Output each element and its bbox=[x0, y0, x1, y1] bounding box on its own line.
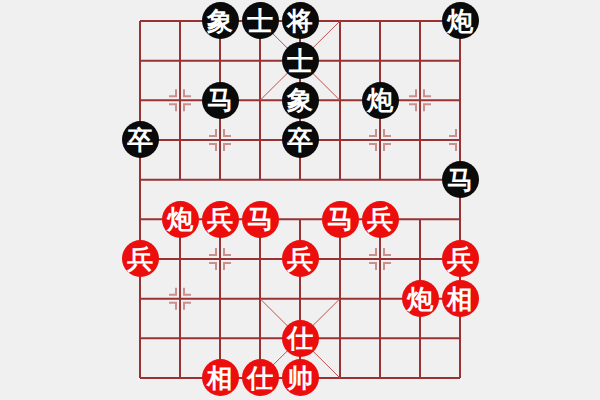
black-soldier[interactable]: 卒 bbox=[122, 121, 159, 158]
black-soldier[interactable]: 卒 bbox=[282, 121, 319, 158]
intersection-f8-r2[interactable] bbox=[440, 80, 480, 120]
intersection-f7-r0[interactable] bbox=[400, 1, 440, 41]
intersection-f3-r5[interactable]: 马 bbox=[240, 199, 280, 239]
piece-glyph: 兵 bbox=[127, 246, 153, 272]
piece-glyph: 士 bbox=[287, 48, 313, 74]
intersection-f1-r3[interactable] bbox=[160, 120, 200, 160]
intersection-f4-r6[interactable]: 兵 bbox=[280, 239, 320, 279]
piece-glyph: 马 bbox=[447, 167, 473, 193]
intersection-f0-r8[interactable] bbox=[120, 318, 160, 358]
intersection-f4-r5[interactable] bbox=[280, 199, 320, 239]
piece-glyph: 炮 bbox=[167, 206, 193, 232]
piece-glyph: 马 bbox=[207, 87, 233, 113]
intersection-f5-r8[interactable] bbox=[320, 318, 360, 358]
intersection-f1-r6[interactable] bbox=[160, 239, 200, 279]
intersection-f5-r4[interactable] bbox=[320, 160, 360, 200]
intersection-f8-r1[interactable] bbox=[440, 41, 480, 81]
black-cannon[interactable]: 炮 bbox=[442, 2, 479, 39]
intersection-f5-r0[interactable] bbox=[320, 1, 360, 41]
intersection-f4-r8[interactable]: 仕 bbox=[280, 318, 320, 358]
intersection-f2-r4[interactable] bbox=[200, 160, 240, 200]
red-horse[interactable]: 马 bbox=[242, 201, 279, 238]
intersection-f7-r2[interactable] bbox=[400, 80, 440, 120]
intersection-f1-r9[interactable] bbox=[160, 358, 200, 398]
intersection-f3-r0[interactable]: 士 bbox=[240, 1, 280, 41]
intersection-f1-r7[interactable] bbox=[160, 279, 200, 319]
intersection-f8-r6[interactable]: 兵 bbox=[440, 239, 480, 279]
black-elephant[interactable]: 象 bbox=[282, 82, 319, 119]
intersection-f6-r1[interactable] bbox=[360, 41, 400, 81]
intersection-f0-r1[interactable] bbox=[120, 41, 160, 81]
black-cannon[interactable]: 炮 bbox=[362, 82, 399, 119]
intersection-f2-r8[interactable] bbox=[200, 318, 240, 358]
intersection-f4-r1[interactable]: 士 bbox=[280, 41, 320, 81]
xiangqi-screen: 象士将炮士马象炮卒卒马炮兵马马兵兵兵兵炮相仕相仕帅 bbox=[0, 0, 600, 400]
intersection-f0-r5[interactable] bbox=[120, 199, 160, 239]
piece-glyph: 将 bbox=[287, 8, 313, 34]
red-general[interactable]: 帅 bbox=[282, 359, 319, 396]
piece-glyph: 士 bbox=[247, 8, 273, 34]
intersection-f3-r2[interactable] bbox=[240, 80, 280, 120]
intersection-f0-r7[interactable] bbox=[120, 279, 160, 319]
red-soldier[interactable]: 兵 bbox=[202, 201, 239, 238]
intersection-f0-r4[interactable] bbox=[120, 160, 160, 200]
intersection-f6-r3[interactable] bbox=[360, 120, 400, 160]
piece-glyph: 相 bbox=[447, 286, 473, 312]
intersection-f6-r0[interactable] bbox=[360, 1, 400, 41]
intersection-f1-r0[interactable] bbox=[160, 1, 200, 41]
intersection-f4-r0[interactable]: 将 bbox=[280, 1, 320, 41]
red-soldier[interactable]: 兵 bbox=[122, 240, 159, 277]
intersection-f2-r3[interactable] bbox=[200, 120, 240, 160]
black-horse[interactable]: 马 bbox=[442, 161, 479, 198]
intersection-f7-r5[interactable] bbox=[400, 199, 440, 239]
black-general[interactable]: 将 bbox=[282, 2, 319, 39]
black-elephant[interactable]: 象 bbox=[202, 2, 239, 39]
piece-glyph: 相 bbox=[207, 365, 233, 391]
intersection-f7-r6[interactable] bbox=[400, 239, 440, 279]
intersection-f1-r8[interactable] bbox=[160, 318, 200, 358]
red-advisor[interactable]: 仕 bbox=[282, 320, 319, 357]
piece-glyph: 卒 bbox=[287, 127, 313, 153]
intersection-f6-r6[interactable] bbox=[360, 239, 400, 279]
intersection-f0-r0[interactable] bbox=[120, 1, 160, 41]
intersection-f4-r7[interactable] bbox=[280, 279, 320, 319]
piece-glyph: 马 bbox=[247, 206, 273, 232]
red-elephant[interactable]: 相 bbox=[202, 359, 239, 396]
piece-glyph: 仕 bbox=[247, 365, 273, 391]
intersection-f0-r2[interactable] bbox=[120, 80, 160, 120]
red-advisor[interactable]: 仕 bbox=[242, 359, 279, 396]
intersection-f0-r6[interactable]: 兵 bbox=[120, 239, 160, 279]
intersection-f3-r4[interactable] bbox=[240, 160, 280, 200]
piece-glyph: 仕 bbox=[287, 325, 313, 351]
piece-glyph: 炮 bbox=[447, 8, 473, 34]
intersection-f2-r9[interactable]: 相 bbox=[200, 358, 240, 398]
piece-glyph: 炮 bbox=[407, 286, 433, 312]
intersection-f7-r1[interactable] bbox=[400, 41, 440, 81]
intersection-f4-r4[interactable] bbox=[280, 160, 320, 200]
red-cannon[interactable]: 炮 bbox=[402, 280, 439, 317]
intersection-f8-r4[interactable]: 马 bbox=[440, 160, 480, 200]
intersection-f2-r7[interactable] bbox=[200, 279, 240, 319]
intersection-f4-r9[interactable]: 帅 bbox=[280, 358, 320, 398]
red-horse[interactable]: 马 bbox=[322, 201, 359, 238]
red-soldier[interactable]: 兵 bbox=[362, 201, 399, 238]
intersection-f0-r9[interactable] bbox=[120, 358, 160, 398]
intersection-f3-r8[interactable] bbox=[240, 318, 280, 358]
piece-glyph: 兵 bbox=[287, 246, 313, 272]
intersection-f5-r1[interactable] bbox=[320, 41, 360, 81]
intersection-f2-r0[interactable]: 象 bbox=[200, 1, 240, 41]
intersection-f5-r3[interactable] bbox=[320, 120, 360, 160]
piece-glyph: 炮 bbox=[367, 87, 393, 113]
intersection-f1-r2[interactable] bbox=[160, 80, 200, 120]
intersection-f6-r4[interactable] bbox=[360, 160, 400, 200]
piece-glyph: 帅 bbox=[287, 365, 313, 391]
piece-glyph: 象 bbox=[287, 87, 313, 113]
intersection-f7-r9[interactable] bbox=[400, 358, 440, 398]
intersection-f2-r6[interactable] bbox=[200, 239, 240, 279]
intersection-f8-r7[interactable]: 相 bbox=[440, 279, 480, 319]
intersection-f8-r3[interactable] bbox=[440, 120, 480, 160]
intersection-f3-r7[interactable] bbox=[240, 279, 280, 319]
intersection-f5-r6[interactable] bbox=[320, 239, 360, 279]
intersection-f6-r8[interactable] bbox=[360, 318, 400, 358]
piece-glyph: 兵 bbox=[207, 206, 233, 232]
piece-glyph: 象 bbox=[207, 8, 233, 34]
black-advisor[interactable]: 士 bbox=[282, 42, 319, 79]
intersection-f5-r9[interactable] bbox=[320, 358, 360, 398]
intersection-f7-r8[interactable] bbox=[400, 318, 440, 358]
piece-glyph: 兵 bbox=[367, 206, 393, 232]
intersection-f7-r3[interactable] bbox=[400, 120, 440, 160]
intersection-f1-r5[interactable]: 炮 bbox=[160, 199, 200, 239]
intersection-f1-r1[interactable] bbox=[160, 41, 200, 81]
intersection-f1-r4[interactable] bbox=[160, 160, 200, 200]
intersection-f5-r5[interactable]: 马 bbox=[320, 199, 360, 239]
intersection-f3-r6[interactable] bbox=[240, 239, 280, 279]
intersection-f6-r5[interactable]: 兵 bbox=[360, 199, 400, 239]
intersection-f8-r0[interactable]: 炮 bbox=[440, 1, 480, 41]
intersection-f0-r3[interactable]: 卒 bbox=[120, 120, 160, 160]
piece-glyph: 兵 bbox=[447, 246, 473, 272]
intersection-f3-r3[interactable] bbox=[240, 120, 280, 160]
intersection-f8-r5[interactable] bbox=[440, 199, 480, 239]
xiangqi-board[interactable]: 象士将炮士马象炮卒卒马炮兵马马兵兵兵兵炮相仕相仕帅 bbox=[120, 1, 480, 398]
intersection-f7-r4[interactable] bbox=[400, 160, 440, 200]
intersection-f8-r9[interactable] bbox=[440, 358, 480, 398]
intersection-f4-r2[interactable]: 象 bbox=[280, 80, 320, 120]
intersection-f2-r1[interactable] bbox=[200, 41, 240, 81]
red-elephant[interactable]: 相 bbox=[442, 280, 479, 317]
black-horse[interactable]: 马 bbox=[202, 82, 239, 119]
red-soldier[interactable]: 兵 bbox=[282, 240, 319, 277]
intersection-f2-r5[interactable]: 兵 bbox=[200, 199, 240, 239]
black-advisor[interactable]: 士 bbox=[242, 2, 279, 39]
intersection-f6-r9[interactable] bbox=[360, 358, 400, 398]
red-soldier[interactable]: 兵 bbox=[442, 240, 479, 277]
intersection-f3-r9[interactable]: 仕 bbox=[240, 358, 280, 398]
red-cannon[interactable]: 炮 bbox=[162, 201, 199, 238]
intersection-f2-r2[interactable]: 马 bbox=[200, 80, 240, 120]
intersection-f5-r7[interactable] bbox=[320, 279, 360, 319]
intersection-f7-r7[interactable]: 炮 bbox=[400, 279, 440, 319]
intersection-f4-r3[interactable]: 卒 bbox=[280, 120, 320, 160]
intersection-f6-r2[interactable]: 炮 bbox=[360, 80, 400, 120]
intersection-f6-r7[interactable] bbox=[360, 279, 400, 319]
piece-glyph: 马 bbox=[327, 206, 353, 232]
piece-glyph: 卒 bbox=[127, 127, 153, 153]
intersection-f5-r2[interactable] bbox=[320, 80, 360, 120]
intersection-f3-r1[interactable] bbox=[240, 41, 280, 81]
intersection-f8-r8[interactable] bbox=[440, 318, 480, 358]
